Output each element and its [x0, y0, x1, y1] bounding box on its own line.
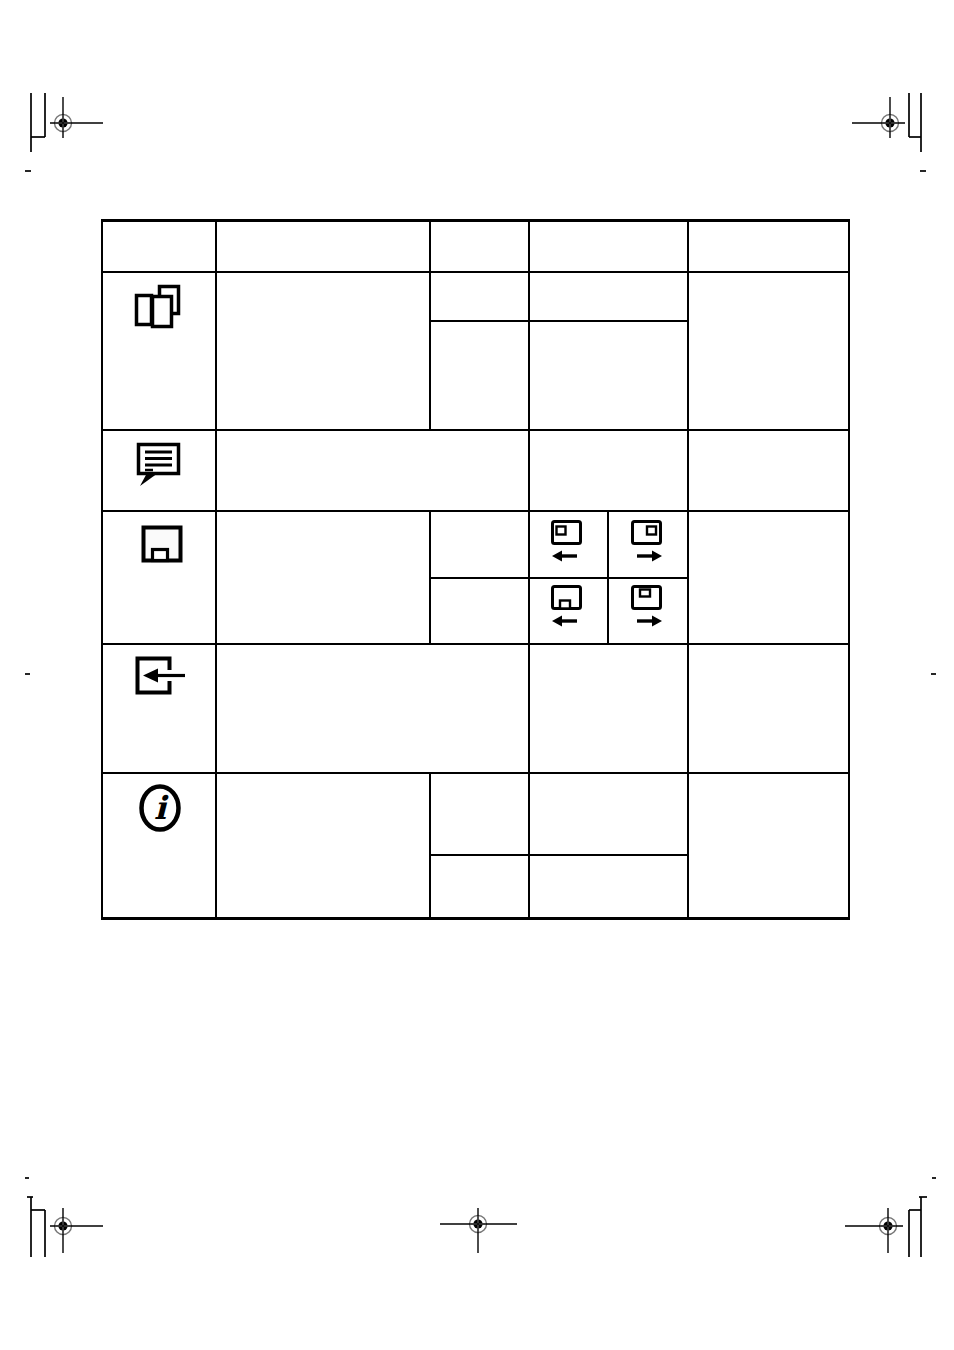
table-border-top [101, 219, 850, 222]
row2-divider [101, 510, 850, 512]
manual-page: i [0, 0, 954, 1350]
crosshair-bottom-left [50, 1208, 103, 1253]
left-arrow-icon [552, 616, 577, 627]
table-border-bottom [101, 917, 850, 920]
right-arrow-icon [637, 551, 662, 562]
col4-divider [687, 219, 689, 919]
table-border-right [848, 219, 850, 919]
left-arrow-icon [552, 551, 577, 562]
row4-divider [101, 772, 850, 774]
speech-bubble-icon [134, 440, 184, 492]
right-arrow-icon [637, 616, 662, 627]
info-circle-icon: i [137, 783, 183, 835]
row1-subrow-divider [429, 320, 687, 322]
screen-marker-top-icon [624, 581, 670, 629]
col3-divider [528, 219, 530, 919]
col2-divider-a [429, 219, 431, 429]
col2-divider-c [429, 772, 431, 917]
header-divider [101, 271, 850, 273]
window-position-icon [139, 523, 185, 567]
exit-arrow-icon [132, 653, 190, 699]
row3-subrow-divider [429, 577, 687, 579]
screen-marker-left-icon [544, 516, 590, 564]
row3-divider [101, 643, 850, 645]
screen-marker-bottom-icon [544, 581, 590, 629]
crosshair-bottom-center [440, 1208, 517, 1253]
row3-subcol-divider [607, 510, 609, 643]
crosshair-top-left [50, 97, 103, 138]
table-border-left [101, 219, 103, 919]
col2-divider-b [429, 510, 431, 643]
dual-pages-icon [132, 283, 184, 333]
screen-marker-right-icon [624, 516, 670, 564]
crosshair-bottom-right [845, 1208, 903, 1253]
row5-subrow-divider [429, 854, 687, 856]
row1-divider [101, 429, 850, 431]
col1-divider [215, 219, 217, 919]
crosshair-top-right [852, 97, 905, 138]
